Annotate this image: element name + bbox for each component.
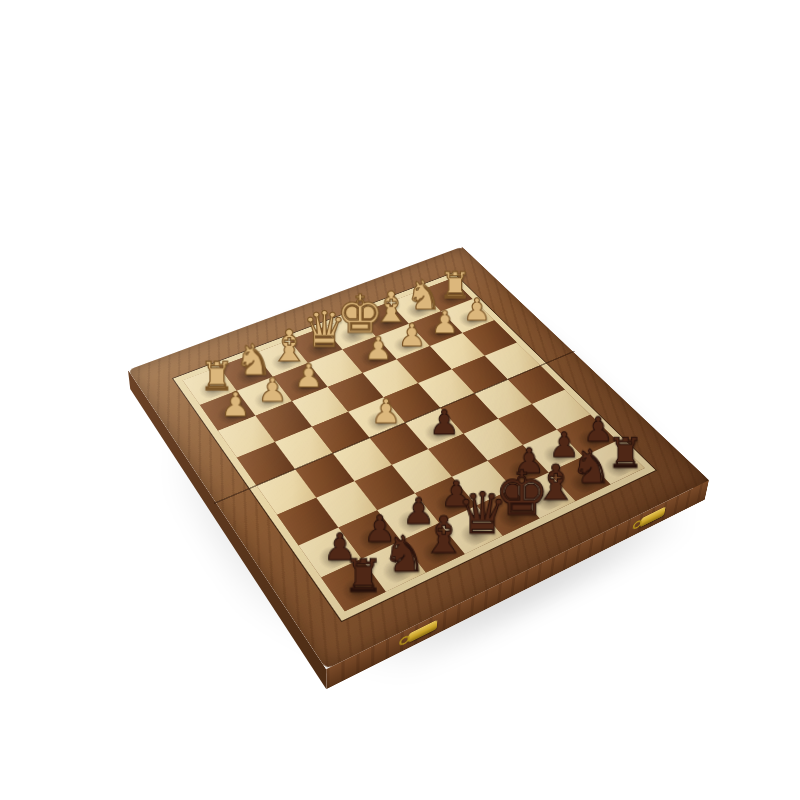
piece-shadow bbox=[561, 467, 604, 497]
square-h6 bbox=[532, 390, 590, 430]
piece-shadow bbox=[451, 307, 488, 330]
square-e2: ♟ bbox=[343, 337, 397, 373]
product-photo-scene: ♜♞♝♛♚♝♞♜♟♟♟♟♟♟♟♟♟♟♟♟♟♟♟♟♜♞♝♛♚♝♞♜ bbox=[0, 0, 800, 800]
piece-shadow bbox=[399, 298, 436, 321]
board-frame: ♜♞♝♛♚♝♞♜♟♟♟♟♟♟♟♟♟♟♟♟♟♟♟♟♜♞♝♛♚♝♞♜ bbox=[128, 247, 709, 670]
piece-shadow bbox=[333, 323, 371, 347]
square-c3 bbox=[292, 387, 348, 427]
folding-chess-box: ♜♞♝♛♚♝♞♜♟♟♟♟♟♟♟♟♟♟♟♟♟♟♟♟♜♞♝♛♚♝♞♜ bbox=[128, 247, 709, 670]
square-c1: ♝ bbox=[255, 340, 309, 377]
piece-shadow bbox=[374, 552, 420, 586]
piece-shadow bbox=[595, 451, 638, 480]
piece-shadow bbox=[386, 332, 424, 356]
piece-shadow bbox=[210, 400, 250, 427]
piece-shadow bbox=[413, 534, 458, 567]
page-background: { "game": "chess", "scene": { "type": "p… bbox=[0, 0, 800, 800]
piece-shadow bbox=[353, 345, 391, 370]
piece-shadow bbox=[333, 571, 379, 606]
